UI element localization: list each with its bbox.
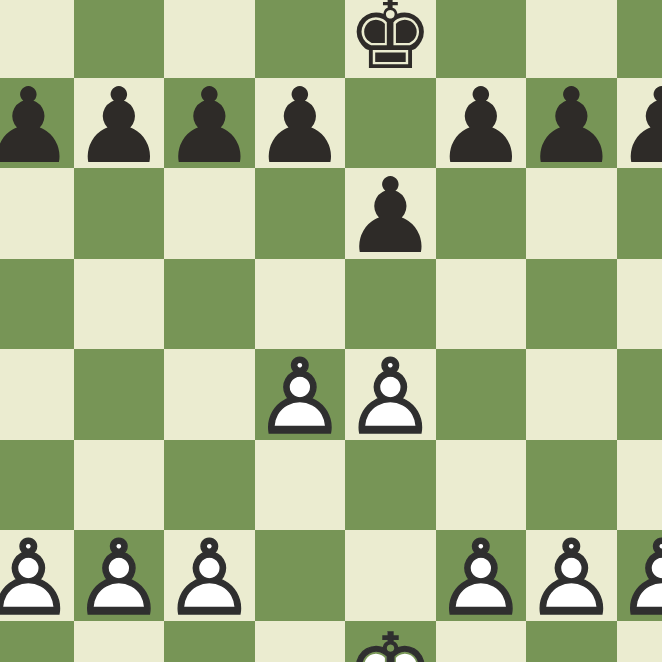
black-pawn-glyph: ♟ [436,81,527,172]
square-e8[interactable]: ♚ [345,0,436,78]
square-a5[interactable] [0,259,74,350]
black-pawn-glyph: ♟ [255,81,346,172]
black-pawn-a7[interactable]: ♟ [0,78,74,169]
square-d6[interactable] [255,168,346,259]
black-pawn-glyph: ♟ [0,81,74,172]
square-e1[interactable]: ♚♔ [345,621,436,662]
square-e6[interactable]: ♟ [345,168,436,259]
black-pawn-glyph: ♟ [526,81,617,172]
square-h2[interactable]: ♟♙ [617,530,662,621]
black-king-e8[interactable]: ♚ [345,0,436,78]
white-pawn-d4[interactable]: ♟♙ [255,349,346,440]
square-h5[interactable] [617,259,662,350]
white-pawn-c2[interactable]: ♟♙ [164,530,255,621]
square-g2[interactable]: ♟♙ [526,530,617,621]
black-pawn-b7[interactable]: ♟ [74,78,165,169]
square-g6[interactable] [526,168,617,259]
square-g7[interactable]: ♟ [526,78,617,169]
black-pawn-glyph: ♟ [74,81,165,172]
square-b2[interactable]: ♟♙ [74,530,165,621]
square-c1[interactable] [164,621,255,662]
square-h7[interactable]: ♟ [617,78,662,169]
square-c4[interactable] [164,349,255,440]
square-e2[interactable] [345,530,436,621]
white-pawn-outline: ♙ [0,533,74,624]
white-pawn-outline: ♙ [74,533,165,624]
square-h1[interactable] [617,621,662,662]
square-c5[interactable] [164,259,255,350]
square-g4[interactable] [526,349,617,440]
white-pawn-outline: ♙ [164,533,255,624]
white-king-outline: ♔ [345,624,436,662]
black-pawn-c7[interactable]: ♟ [164,78,255,169]
square-c2[interactable]: ♟♙ [164,530,255,621]
square-d2[interactable] [255,530,346,621]
white-pawn-a2[interactable]: ♟♙ [0,530,74,621]
white-pawn-outline: ♙ [526,533,617,624]
black-pawn-glyph: ♟ [617,81,662,172]
square-f2[interactable]: ♟♙ [436,530,527,621]
white-pawn-h2[interactable]: ♟♙ [617,530,662,621]
square-d4[interactable]: ♟♙ [255,349,346,440]
square-c7[interactable]: ♟ [164,78,255,169]
square-c6[interactable] [164,168,255,259]
square-d7[interactable]: ♟ [255,78,346,169]
black-pawn-h7[interactable]: ♟ [617,78,662,169]
square-b4[interactable] [74,349,165,440]
white-pawn-g2[interactable]: ♟♙ [526,530,617,621]
black-pawn-g7[interactable]: ♟ [526,78,617,169]
square-a2[interactable]: ♟♙ [0,530,74,621]
square-f6[interactable] [436,168,527,259]
black-pawn-f7[interactable]: ♟ [436,78,527,169]
white-king-e1[interactable]: ♚♔ [345,621,436,662]
chess-board: ♚♟♟♟♟♟♟♟♟♟♙♟♙♟♙♟♙♟♙♟♙♟♙♟♙♚♔ [0,0,662,662]
black-pawn-d7[interactable]: ♟ [255,78,346,169]
black-king-glyph: ♚ [345,0,436,81]
square-a4[interactable] [0,349,74,440]
square-b5[interactable] [74,259,165,350]
white-pawn-e4[interactable]: ♟♙ [345,349,436,440]
square-h4[interactable] [617,349,662,440]
black-pawn-e6[interactable]: ♟ [345,168,436,259]
square-h6[interactable] [617,168,662,259]
square-a6[interactable] [0,168,74,259]
square-e3[interactable] [345,440,436,531]
square-a1[interactable] [0,621,74,662]
square-b7[interactable]: ♟ [74,78,165,169]
square-f7[interactable]: ♟ [436,78,527,169]
square-f4[interactable] [436,349,527,440]
board-viewport: ♚♟♟♟♟♟♟♟♟♟♙♟♙♟♙♟♙♟♙♟♙♟♙♟♙♚♔ [0,0,662,662]
square-f1[interactable] [436,621,527,662]
white-pawn-outline: ♙ [255,352,346,443]
white-pawn-outline: ♙ [617,533,662,624]
white-pawn-outline: ♙ [436,533,527,624]
square-b1[interactable] [74,621,165,662]
black-pawn-glyph: ♟ [164,81,255,172]
square-b6[interactable] [74,168,165,259]
square-f5[interactable] [436,259,527,350]
square-e4[interactable]: ♟♙ [345,349,436,440]
square-g1[interactable] [526,621,617,662]
black-pawn-glyph: ♟ [345,171,436,262]
square-d1[interactable] [255,621,346,662]
white-pawn-b2[interactable]: ♟♙ [74,530,165,621]
square-a7[interactable]: ♟ [0,78,74,169]
square-g5[interactable] [526,259,617,350]
white-pawn-f2[interactable]: ♟♙ [436,530,527,621]
square-d3[interactable] [255,440,346,531]
white-pawn-outline: ♙ [345,352,436,443]
